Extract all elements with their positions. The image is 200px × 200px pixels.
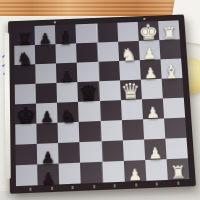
chess-board[interactable]: ♜♟♝♚♜♞♞♟♟♟♝♛♛♚♟♞♟♟♟♟♟♜ <box>8 14 196 193</box>
white-rook-h1[interactable]: ♜ <box>161 26 177 43</box>
white-queen-e3[interactable]: ♛ <box>120 81 141 104</box>
black-pawn-h7[interactable]: ♟ <box>38 32 52 47</box>
pieces-layer: ♜♟♝♚♜♞♞♟♟♟♝♛♛♚♟♞♟♟♟♟♟♜ <box>14 20 189 186</box>
black-pawn-a7[interactable]: ♟ <box>41 171 55 187</box>
black-pawn-b7[interactable]: ♟ <box>41 150 55 166</box>
white-pawn-d2[interactable]: ♟ <box>146 106 160 122</box>
white-pawn-g2[interactable]: ♟ <box>143 47 157 62</box>
black-king-d8[interactable]: ♚ <box>16 105 36 128</box>
white-knight-g3[interactable]: ♞ <box>120 45 137 63</box>
white-pawn-a3[interactable]: ♟ <box>128 168 143 184</box>
frame-screw-dot <box>144 18 146 20</box>
black-rook-h8[interactable]: ♜ <box>17 31 32 48</box>
white-rook-a1[interactable]: ♜ <box>170 164 187 182</box>
black-knight-d6[interactable]: ♞ <box>60 106 77 125</box>
table-wood-strip <box>0 0 200 16</box>
frame-screw-dot <box>54 21 56 23</box>
black-pawn-f6[interactable]: ♟ <box>60 70 74 85</box>
white-pawn-f2[interactable]: ♟ <box>144 66 158 81</box>
black-queen-e5[interactable]: ♛ <box>78 82 98 105</box>
white-pawn-b2[interactable]: ♟ <box>148 146 163 162</box>
black-knight-g8[interactable]: ♞ <box>17 49 33 67</box>
white-king-h2[interactable]: ♚ <box>138 22 158 44</box>
white-bishop-f1[interactable]: ♝ <box>163 62 181 81</box>
black-bishop-h6[interactable]: ♝ <box>57 28 74 47</box>
photo-scene: ♜♟♝♚♜♞♞♟♟♟♝♛♛♚♟♞♟♟♟♟♟♜ <box>0 0 200 200</box>
black-pawn-d7[interactable]: ♟ <box>40 110 54 126</box>
